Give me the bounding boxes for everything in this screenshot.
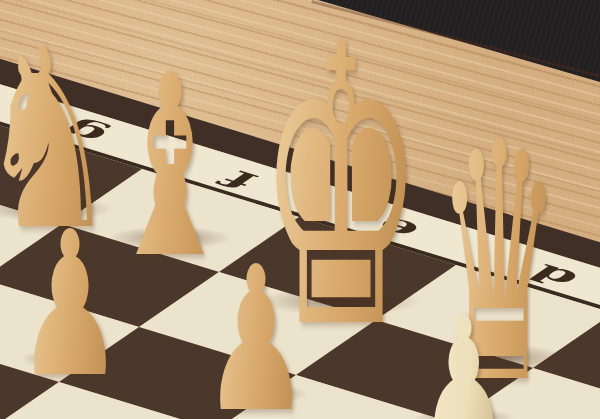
white-pawn-piece[interactable]: ♟ [420,296,509,419]
photo-frame: g f e d ♞ ♝ ♚ ♛ ♟ ♟ ♟ [0,0,600,419]
white-pawn-piece[interactable]: ♟ [202,240,310,419]
white-pawn-piece[interactable]: ♟ [16,205,124,405]
